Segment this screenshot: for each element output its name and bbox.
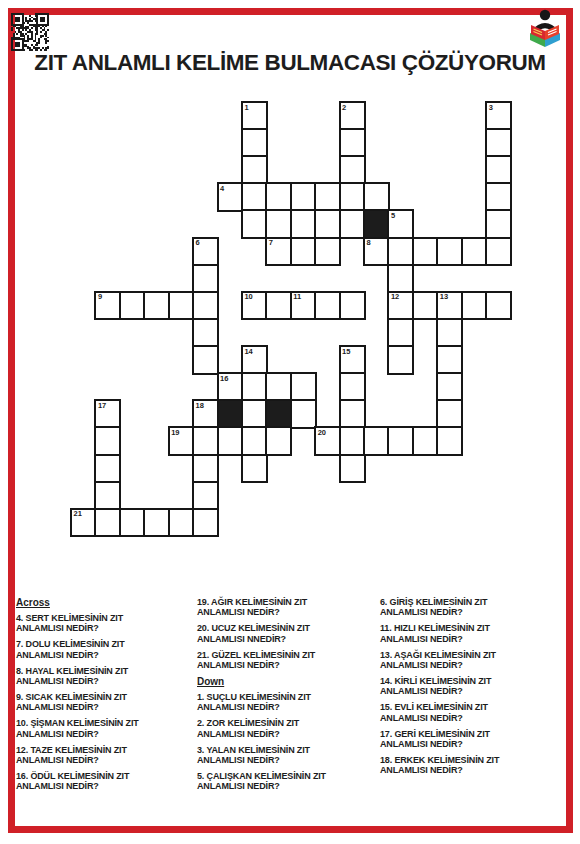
answer-cell[interactable] bbox=[485, 101, 512, 131]
answer-cell[interactable] bbox=[94, 454, 121, 484]
answer-cell[interactable] bbox=[192, 454, 219, 484]
answer-cell[interactable] bbox=[314, 182, 341, 212]
answer-cell[interactable] bbox=[436, 372, 463, 402]
clue-column-1: Across4. SERT KELİMESİNİN ZIT ANLAMLISI … bbox=[16, 597, 184, 797]
clue-down-3: 3. YALAN KELİMESİNİN ZIT ANLAMLISI NEDİR… bbox=[197, 745, 369, 766]
clue-across-9: 9. SICAK KELİMESİNİN ZIT ANLAMLISI NEDİR… bbox=[16, 692, 184, 713]
answer-cell[interactable] bbox=[192, 399, 219, 429]
answer-cell[interactable] bbox=[265, 426, 292, 456]
answer-cell[interactable] bbox=[143, 291, 170, 321]
across-heading: Across bbox=[16, 597, 184, 608]
answer-cell[interactable] bbox=[290, 291, 317, 321]
clue-down-2: 2. ZOR KELİMESİNİN ZIT ANLAMLISI NEDİR? bbox=[197, 718, 369, 739]
clue-down-18: 18. ERKEK KELİMESİNİN ZIT ANLAMLISI NEDİ… bbox=[380, 755, 560, 776]
answer-cell[interactable] bbox=[241, 128, 268, 158]
answer-cell[interactable] bbox=[241, 155, 268, 185]
answer-cell[interactable] bbox=[339, 345, 366, 375]
answer-cell[interactable] bbox=[387, 345, 414, 375]
answer-cell[interactable] bbox=[241, 454, 268, 484]
clue-column-2: 19. AĞIR KELİMESİNİN ZIT ANLAMLISI NEDİR… bbox=[197, 597, 369, 797]
clue-across-8: 8. HAYAL KELİMESİNİN ZIT ANLAMLISI NEDİR… bbox=[16, 666, 184, 687]
answer-cell[interactable] bbox=[241, 291, 268, 321]
answer-cell[interactable] bbox=[192, 318, 219, 348]
clue-down-6: 6. GİRİŞ KELİMESİNİN ZIT ANLAMLISI NEDİR… bbox=[380, 597, 560, 618]
answer-cell[interactable] bbox=[241, 399, 268, 429]
answer-cell[interactable] bbox=[241, 101, 268, 131]
answer-cell[interactable] bbox=[290, 209, 317, 239]
clue-down-15: 15. EVLİ KELİMESİNİN ZIT ANLAMLISI NEDİR… bbox=[380, 702, 560, 723]
answer-cell[interactable] bbox=[217, 182, 244, 212]
answer-cell[interactable] bbox=[387, 291, 414, 321]
clue-down-5: 5. ÇALIŞKAN KELİMESİNİN ZIT ANLAMLISI NE… bbox=[197, 771, 369, 792]
answer-cell[interactable] bbox=[241, 426, 268, 456]
page-title: ZIT ANLAMLI KELİME BULMACASI ÇÖZÜYORUM bbox=[20, 50, 560, 76]
answer-cell[interactable] bbox=[339, 128, 366, 158]
answer-cell[interactable] bbox=[387, 237, 414, 267]
answer-cell[interactable] bbox=[339, 155, 366, 185]
down-heading: Down bbox=[197, 676, 369, 687]
answer-cell[interactable] bbox=[314, 237, 341, 267]
answer-cell[interactable] bbox=[290, 182, 317, 212]
clue-across-16: 16. ÖDÜL KELİMESİNİN ZIT ANLAMLISI NEDİR… bbox=[16, 771, 184, 792]
answer-cell[interactable] bbox=[290, 399, 317, 429]
answer-cell[interactable] bbox=[339, 291, 366, 321]
answer-cell[interactable] bbox=[485, 182, 512, 212]
answer-cell[interactable] bbox=[436, 345, 463, 375]
answer-cell[interactable] bbox=[241, 182, 268, 212]
blocked-cell bbox=[363, 209, 390, 239]
answer-cell[interactable] bbox=[94, 508, 121, 538]
clue-across-7: 7. DOLU KELİMESİNİN ZIT ANLAMLISI NEDİR? bbox=[16, 639, 184, 660]
answer-cell[interactable] bbox=[339, 182, 366, 212]
answer-cell[interactable] bbox=[387, 264, 414, 294]
answer-cell[interactable] bbox=[241, 345, 268, 375]
answer-cell[interactable] bbox=[94, 399, 121, 429]
clue-down-17: 17. GERİ KELİMESİNİN ZIT ANLAMLISI NEDİR… bbox=[380, 729, 560, 750]
answer-cell[interactable] bbox=[192, 508, 219, 538]
crossword-grid: 123456789101112131415161718192021 bbox=[70, 101, 512, 538]
answer-cell[interactable] bbox=[290, 237, 317, 267]
answer-cell[interactable] bbox=[436, 426, 463, 456]
answer-cell[interactable] bbox=[485, 128, 512, 158]
answer-cell[interactable] bbox=[192, 291, 219, 321]
answer-cell[interactable] bbox=[485, 155, 512, 185]
clue-across-12: 12. TAZE KELİMESİNİN ZIT ANLAMLISI NEDİR… bbox=[16, 745, 184, 766]
answer-cell[interactable] bbox=[461, 237, 488, 267]
answer-cell[interactable] bbox=[168, 426, 195, 456]
blocked-cell bbox=[217, 399, 244, 429]
answer-cell[interactable] bbox=[436, 318, 463, 348]
answer-cell[interactable] bbox=[192, 426, 219, 456]
answer-cell[interactable] bbox=[387, 318, 414, 348]
answer-cell[interactable] bbox=[436, 291, 463, 321]
clue-across-20: 20. UCUZ KELİMESİNİN ZIT ANLAMLISI NNEDİ… bbox=[197, 623, 369, 644]
answer-cell[interactable] bbox=[412, 426, 439, 456]
clue-down-1: 1. SUÇLU KELİMESİNİN ZIT ANLAMLISI NEDİR… bbox=[197, 692, 369, 713]
answer-cell[interactable] bbox=[94, 481, 121, 511]
clue-across-4: 4. SERT KELİMESİNİN ZIT ANLAMLISI NEDİR? bbox=[16, 613, 184, 634]
answer-cell[interactable] bbox=[290, 372, 317, 402]
answer-cell[interactable] bbox=[485, 291, 512, 321]
answer-cell[interactable] bbox=[217, 426, 244, 456]
answer-cell[interactable] bbox=[339, 426, 366, 456]
clue-across-19: 19. AĞIR KELİMESİNİN ZIT ANLAMLISI NEDİR… bbox=[197, 597, 369, 618]
answer-cell[interactable] bbox=[363, 182, 390, 212]
answer-cell[interactable] bbox=[387, 426, 414, 456]
answer-cell[interactable] bbox=[461, 291, 488, 321]
worksheet-page: ZIT ANLAMLI KELİME BULMACASI ÇÖZÜYORUM 1… bbox=[0, 0, 580, 844]
answer-cell[interactable] bbox=[265, 372, 292, 402]
answer-cell[interactable] bbox=[265, 209, 292, 239]
answer-cell[interactable] bbox=[339, 399, 366, 429]
answer-cell[interactable] bbox=[192, 345, 219, 375]
answer-cell[interactable] bbox=[241, 372, 268, 402]
answer-cell[interactable] bbox=[314, 291, 341, 321]
clue-down-11: 11. HIZLI KELİMESİNİN ZIT ANLAMLISI NEDİ… bbox=[380, 623, 560, 644]
answer-cell[interactable] bbox=[412, 237, 439, 267]
answer-cell[interactable] bbox=[265, 291, 292, 321]
clue-across-21: 21. GÜZEL KELİMESİNİN ZIT ANLAMLISI NEDİ… bbox=[197, 650, 369, 671]
answer-cell[interactable] bbox=[94, 291, 121, 321]
qr-code-icon bbox=[11, 13, 49, 51]
answer-cell[interactable] bbox=[412, 291, 439, 321]
answer-cell[interactable] bbox=[387, 209, 414, 239]
answer-cell[interactable] bbox=[70, 508, 97, 538]
clue-down-14: 14. KİRLİ KELİMESİNİN ZIT ANLAMLISI NEDİ… bbox=[380, 676, 560, 697]
answer-cell[interactable] bbox=[119, 291, 146, 321]
answer-cell[interactable] bbox=[339, 101, 366, 131]
answer-cell[interactable] bbox=[436, 399, 463, 429]
answer-cell[interactable] bbox=[314, 209, 341, 239]
answer-cell[interactable] bbox=[143, 508, 170, 538]
answer-cell[interactable] bbox=[168, 508, 195, 538]
answer-cell[interactable] bbox=[192, 264, 219, 294]
answer-cell[interactable] bbox=[192, 481, 219, 511]
answer-cell[interactable] bbox=[339, 454, 366, 484]
answer-cell[interactable] bbox=[363, 237, 390, 267]
clue-column-3: 6. GİRİŞ KELİMESİNİN ZIT ANLAMLISI NEDİR… bbox=[380, 597, 560, 781]
answer-cell[interactable] bbox=[168, 291, 195, 321]
answer-cell[interactable] bbox=[241, 209, 268, 239]
answer-cell[interactable] bbox=[485, 237, 512, 267]
reader-book-logo-icon bbox=[527, 8, 563, 48]
answer-cell[interactable] bbox=[314, 426, 341, 456]
clue-down-13: 13. AŞAĞI KELİMESİNİN ZIT ANLAMLISI NEDİ… bbox=[380, 650, 560, 671]
blocked-cell bbox=[265, 399, 292, 429]
answer-cell[interactable] bbox=[265, 237, 292, 267]
answer-cell[interactable] bbox=[363, 426, 390, 456]
answer-cell[interactable] bbox=[436, 237, 463, 267]
answer-cell[interactable] bbox=[217, 372, 244, 402]
answer-cell[interactable] bbox=[339, 372, 366, 402]
answer-cell[interactable] bbox=[485, 209, 512, 239]
answer-cell[interactable] bbox=[265, 182, 292, 212]
answer-cell[interactable] bbox=[339, 209, 366, 239]
answer-cell[interactable] bbox=[94, 426, 121, 456]
clue-across-10: 10. ŞİŞMAN KELİMESİNİN ZIT ANLAMLISI NED… bbox=[16, 718, 184, 739]
answer-cell[interactable] bbox=[119, 508, 146, 538]
answer-cell[interactable] bbox=[192, 237, 219, 267]
